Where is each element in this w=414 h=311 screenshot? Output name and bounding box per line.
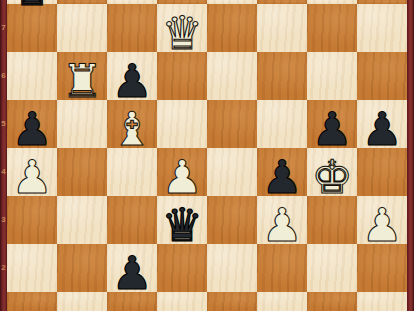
piece-white-pawn[interactable]: ♟ [257,201,307,249]
piece-black-pawn[interactable]: ♟ [257,153,307,201]
piece-black-pawn[interactable]: ♟ [107,249,157,297]
rank-label-4: 4 [0,168,7,176]
chess-board-diagram: 765432 ♚♛♜♟♟♝♟♟♟♟♟♚♛♟♟♟ [0,0,414,311]
board-frame-left: 765432 [0,0,7,311]
chess-board: ♚♛♜♟♟♝♟♟♟♟♟♚♛♟♟♟ [7,0,407,311]
board-frame-right [407,0,414,311]
piece-white-queen[interactable]: ♛ [157,9,207,57]
piece-black-pawn[interactable]: ♟ [357,105,407,153]
piece-black-king[interactable]: ♚ [7,0,57,13]
piece-white-pawn[interactable]: ♟ [157,153,207,201]
piece-black-pawn[interactable]: ♟ [7,105,57,153]
piece-black-pawn[interactable]: ♟ [107,57,157,105]
piece-black-pawn[interactable]: ♟ [307,105,357,153]
piece-black-queen[interactable]: ♛ [157,201,207,249]
rank-label-2: 2 [0,264,7,272]
piece-white-rook[interactable]: ♜ [57,57,107,105]
rank-label-3: 3 [0,216,7,224]
rank-label-7: 7 [0,24,7,32]
rank-label-6: 6 [0,72,7,80]
rank-label-5: 5 [0,120,7,128]
piece-white-bishop[interactable]: ♝ [107,105,157,153]
piece-white-king[interactable]: ♚ [307,153,357,201]
piece-white-pawn[interactable]: ♟ [357,201,407,249]
pieces-layer: ♚♛♜♟♟♝♟♟♟♟♟♚♛♟♟♟ [7,0,407,311]
piece-white-pawn[interactable]: ♟ [7,153,57,201]
